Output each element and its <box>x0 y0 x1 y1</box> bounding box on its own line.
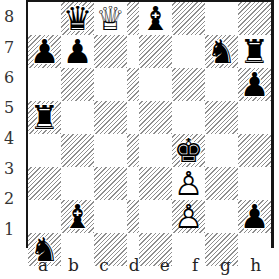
rank-label-6: 6 <box>0 70 18 86</box>
piece-glyph: ♟ <box>240 199 270 232</box>
black-knight-g7: ♞ <box>205 35 238 68</box>
rank-label-2: 2 <box>0 191 18 207</box>
black-pawn-h6: ♟ <box>238 68 271 101</box>
square-f8[interactable] <box>172 2 205 35</box>
square-e5[interactable] <box>139 101 172 134</box>
file-label-a: a <box>32 257 54 274</box>
piece-glyph: ♞ <box>207 34 237 67</box>
black-bishop-e8: ♝ <box>139 2 172 35</box>
square-d5[interactable] <box>127 101 139 134</box>
square-b8[interactable]: ♛ <box>61 2 94 35</box>
piece-glyph: ♙ <box>174 199 204 232</box>
file-label-b: b <box>63 257 85 274</box>
square-h6[interactable]: ♟ <box>238 68 271 101</box>
square-g2[interactable] <box>205 200 238 233</box>
white-pawn-f3: ♟♙ <box>172 167 205 200</box>
file-label-d: d <box>123 257 145 274</box>
square-c7[interactable] <box>94 35 127 68</box>
square-b2[interactable]: ♝ <box>61 200 94 233</box>
square-f3[interactable]: ♟♙ <box>172 167 205 200</box>
square-b3[interactable] <box>61 167 94 200</box>
rank-label-4: 4 <box>0 131 18 147</box>
square-h3[interactable] <box>238 167 271 200</box>
square-a3[interactable] <box>28 167 61 200</box>
square-h7[interactable]: ♜ <box>238 35 271 68</box>
square-g4[interactable] <box>205 134 238 167</box>
black-pawn-a7: ♟ <box>28 35 61 68</box>
rank-label-5: 5 <box>0 100 18 116</box>
piece-glyph: ♜ <box>30 100 60 133</box>
square-d8[interactable] <box>127 2 139 35</box>
piece-glyph: ♟ <box>63 34 93 67</box>
chess-diagram: ♛♛♕♝♟♟♞♜♟♜♚♟♙♝♟♙♟♞ 87654321abcdefgh <box>0 0 279 279</box>
square-a5[interactable]: ♜ <box>28 101 61 134</box>
rank-label-3: 3 <box>0 161 18 177</box>
square-f4[interactable]: ♚ <box>172 134 205 167</box>
piece-glyph: ♟ <box>240 67 270 100</box>
piece-glyph: ♕ <box>96 1 126 34</box>
square-e7[interactable] <box>139 35 172 68</box>
square-h2[interactable]: ♟ <box>238 200 271 233</box>
square-h4[interactable] <box>238 134 271 167</box>
black-rook-h7: ♜ <box>238 35 271 68</box>
square-e2[interactable] <box>139 200 172 233</box>
square-a8[interactable] <box>28 2 61 35</box>
square-d3[interactable] <box>127 167 139 200</box>
black-bishop-b2: ♝ <box>61 200 94 233</box>
square-f6[interactable] <box>172 68 205 101</box>
piece-white-fill: ♟ <box>174 199 204 232</box>
square-d7[interactable] <box>127 35 139 68</box>
square-b4[interactable] <box>61 134 94 167</box>
square-c5[interactable] <box>94 101 127 134</box>
square-d6[interactable] <box>127 68 139 101</box>
piece-glyph: ♙ <box>174 166 204 199</box>
black-pawn-b7: ♟ <box>61 35 94 68</box>
rank-label-1: 1 <box>0 222 18 238</box>
rank-label-7: 7 <box>0 40 18 56</box>
square-b7[interactable]: ♟ <box>61 35 94 68</box>
square-e3[interactable] <box>139 167 172 200</box>
square-b5[interactable] <box>61 101 94 134</box>
square-e6[interactable] <box>139 68 172 101</box>
piece-white-fill: ♛ <box>96 1 126 34</box>
white-pawn-f2: ♟♙ <box>172 200 205 233</box>
square-d4[interactable] <box>127 134 139 167</box>
black-king-f4: ♚ <box>172 134 205 167</box>
piece-glyph: ♟ <box>30 34 60 67</box>
chess-board: ♛♛♕♝♟♟♞♜♟♜♚♟♙♝♟♙♟♞ <box>26 0 274 248</box>
black-queen-b8: ♛ <box>61 2 94 35</box>
black-pawn-h2: ♟ <box>238 200 271 233</box>
square-g7[interactable]: ♞ <box>205 35 238 68</box>
square-h8[interactable] <box>238 2 271 35</box>
square-c4[interactable] <box>94 134 127 167</box>
square-a2[interactable] <box>28 200 61 233</box>
square-a7[interactable]: ♟ <box>28 35 61 68</box>
square-g5[interactable] <box>205 101 238 134</box>
square-g6[interactable] <box>205 68 238 101</box>
file-label-e: e <box>154 257 176 274</box>
piece-white-fill: ♟ <box>174 166 204 199</box>
square-a4[interactable] <box>28 134 61 167</box>
square-g8[interactable] <box>205 2 238 35</box>
piece-glyph: ♚ <box>174 133 204 166</box>
square-a6[interactable] <box>28 68 61 101</box>
piece-glyph: ♛ <box>63 1 93 34</box>
square-f2[interactable]: ♟♙ <box>172 200 205 233</box>
square-c8[interactable]: ♛♕ <box>94 2 127 35</box>
piece-glyph: ♝ <box>63 199 93 232</box>
rank-label-8: 8 <box>0 9 18 25</box>
white-queen-c8: ♛♕ <box>94 2 127 35</box>
square-c3[interactable] <box>94 167 127 200</box>
file-label-h: h <box>245 257 267 274</box>
file-label-g: g <box>214 257 236 274</box>
black-rook-a5: ♜ <box>28 101 61 134</box>
square-e8[interactable]: ♝ <box>139 2 172 35</box>
file-label-f: f <box>184 257 206 274</box>
piece-glyph: ♜ <box>240 34 270 67</box>
square-f7[interactable] <box>172 35 205 68</box>
square-g3[interactable] <box>205 167 238 200</box>
square-c6[interactable] <box>94 68 127 101</box>
square-c2[interactable] <box>94 200 127 233</box>
square-d2[interactable] <box>127 200 139 233</box>
file-label-c: c <box>93 257 115 274</box>
square-e4[interactable] <box>139 134 172 167</box>
square-f5[interactable] <box>172 101 205 134</box>
square-b6[interactable] <box>61 68 94 101</box>
square-h5[interactable] <box>238 101 271 134</box>
piece-glyph: ♝ <box>141 1 171 34</box>
